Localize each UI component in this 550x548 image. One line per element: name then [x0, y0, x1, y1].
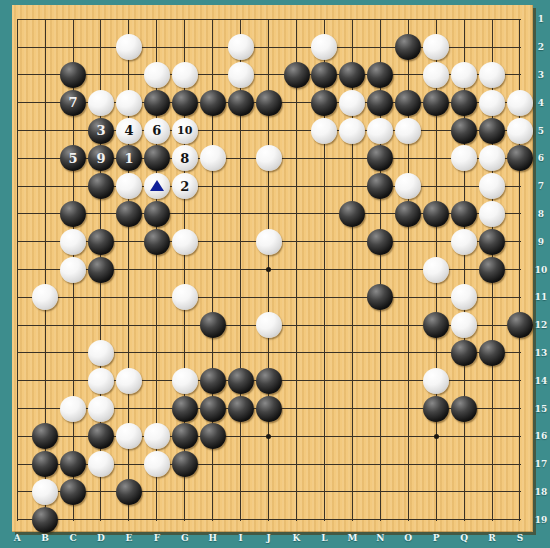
- stone-white[interactable]: [116, 368, 142, 394]
- col-label: F: [154, 533, 160, 543]
- row-label: 5: [538, 126, 544, 136]
- stone-black[interactable]: [200, 90, 226, 116]
- grid-line-vertical: [296, 19, 297, 520]
- stone-white[interactable]: [60, 257, 86, 283]
- stone-black[interactable]: 5: [60, 145, 86, 171]
- row-label: 6: [538, 153, 544, 163]
- stone-black[interactable]: [311, 62, 337, 88]
- row-label: 15: [535, 404, 548, 414]
- stone-white[interactable]: 6: [144, 118, 170, 144]
- stone-black[interactable]: [144, 90, 170, 116]
- col-label: J: [266, 533, 270, 543]
- stone-black[interactable]: [144, 229, 170, 255]
- stone-white[interactable]: [395, 118, 421, 144]
- stone-black[interactable]: [256, 396, 282, 422]
- stone-black[interactable]: [200, 396, 226, 422]
- col-label: R: [488, 533, 495, 543]
- stone-black[interactable]: [367, 229, 393, 255]
- col-label: C: [69, 533, 76, 543]
- stone-black[interactable]: [423, 312, 449, 338]
- col-label: K: [293, 533, 301, 543]
- stone-white[interactable]: [32, 284, 58, 310]
- stone-white[interactable]: [228, 34, 254, 60]
- stone-white[interactable]: [116, 34, 142, 60]
- row-label: 13: [535, 348, 548, 358]
- stone-white[interactable]: [172, 284, 198, 310]
- stone-white[interactable]: [116, 173, 142, 199]
- star-point: [434, 434, 439, 439]
- row-label: 7: [538, 181, 544, 191]
- stone-white[interactable]: [423, 62, 449, 88]
- stone-black[interactable]: [144, 201, 170, 227]
- stone-black[interactable]: [451, 396, 477, 422]
- col-label: I: [239, 533, 243, 543]
- stone-black[interactable]: [367, 173, 393, 199]
- stone-white[interactable]: [451, 62, 477, 88]
- stone-black[interactable]: [367, 62, 393, 88]
- stone-white[interactable]: [311, 34, 337, 60]
- stone-white[interactable]: [172, 229, 198, 255]
- col-label: O: [404, 533, 412, 543]
- stone-black[interactable]: [88, 257, 114, 283]
- stone-white[interactable]: [172, 368, 198, 394]
- stone-black[interactable]: 1: [116, 145, 142, 171]
- stone-white[interactable]: [451, 229, 477, 255]
- stone-black[interactable]: [200, 312, 226, 338]
- grid-line-horizontal: [17, 491, 521, 492]
- stone-black[interactable]: [367, 90, 393, 116]
- col-label: S: [517, 533, 524, 543]
- stone-white[interactable]: 2: [172, 173, 198, 199]
- stone-black[interactable]: [88, 173, 114, 199]
- stone-black[interactable]: 7: [60, 90, 86, 116]
- move-number: 2: [180, 180, 189, 193]
- col-label: P: [433, 533, 440, 543]
- stone-black[interactable]: [423, 396, 449, 422]
- stone-white[interactable]: [144, 451, 170, 477]
- stone-black[interactable]: [423, 201, 449, 227]
- row-label: 19: [535, 515, 548, 525]
- stone-white[interactable]: 10: [172, 118, 198, 144]
- move-number: 3: [96, 124, 105, 137]
- col-label: M: [347, 533, 357, 543]
- row-label: 12: [535, 320, 548, 330]
- stone-black[interactable]: [395, 90, 421, 116]
- stone-black[interactable]: [451, 118, 477, 144]
- col-label: Q: [460, 533, 468, 543]
- row-label: 1: [538, 14, 544, 24]
- stone-black[interactable]: [423, 90, 449, 116]
- col-label: E: [125, 533, 132, 543]
- stone-white[interactable]: [479, 145, 505, 171]
- col-label: L: [321, 533, 327, 543]
- stone-black[interactable]: [479, 257, 505, 283]
- stone-black[interactable]: [228, 368, 254, 394]
- move-number: 9: [96, 152, 105, 165]
- stone-black[interactable]: [395, 34, 421, 60]
- row-label: 14: [535, 376, 548, 386]
- stone-black[interactable]: [172, 90, 198, 116]
- stone-white[interactable]: [256, 312, 282, 338]
- go-board[interactable]: 73461059182: [12, 5, 533, 532]
- stone-white[interactable]: [479, 90, 505, 116]
- stone-white[interactable]: [339, 90, 365, 116]
- stone-black[interactable]: [144, 145, 170, 171]
- stone-white[interactable]: [60, 229, 86, 255]
- stone-black[interactable]: [32, 423, 58, 449]
- col-label: N: [376, 533, 384, 543]
- stone-white[interactable]: [367, 118, 393, 144]
- stone-white[interactable]: 4: [116, 118, 142, 144]
- stone-white[interactable]: [88, 340, 114, 366]
- stone-white[interactable]: [451, 284, 477, 310]
- stone-black[interactable]: [60, 201, 86, 227]
- row-label: 3: [538, 70, 544, 80]
- stone-black[interactable]: [339, 201, 365, 227]
- col-label: B: [41, 533, 49, 543]
- triangle-marker: [150, 180, 164, 191]
- stone-black[interactable]: [479, 229, 505, 255]
- stone-white[interactable]: [311, 118, 337, 144]
- stone-white[interactable]: [479, 201, 505, 227]
- stone-white[interactable]: [144, 62, 170, 88]
- stone-white[interactable]: [339, 118, 365, 144]
- stone-black[interactable]: [60, 62, 86, 88]
- stone-black[interactable]: [284, 62, 310, 88]
- stone-white[interactable]: [144, 173, 170, 199]
- stone-black[interactable]: [507, 312, 533, 338]
- stone-white[interactable]: [507, 118, 533, 144]
- stone-black[interactable]: [451, 340, 477, 366]
- stone-white[interactable]: [423, 34, 449, 60]
- stone-white[interactable]: [116, 423, 142, 449]
- grid-line-horizontal: [17, 519, 521, 520]
- stone-black[interactable]: [32, 451, 58, 477]
- stone-white[interactable]: [507, 90, 533, 116]
- stone-white[interactable]: [144, 423, 170, 449]
- row-label: 2: [538, 42, 544, 52]
- stone-black[interactable]: [172, 396, 198, 422]
- stone-black[interactable]: [60, 451, 86, 477]
- row-label: 18: [535, 487, 548, 497]
- row-label: 9: [538, 237, 544, 247]
- stone-white[interactable]: [88, 451, 114, 477]
- stone-black[interactable]: [451, 90, 477, 116]
- stone-black[interactable]: [200, 368, 226, 394]
- star-point: [266, 434, 271, 439]
- stone-black[interactable]: [60, 479, 86, 505]
- stone-white[interactable]: [423, 257, 449, 283]
- stone-black[interactable]: [32, 507, 58, 533]
- stone-black[interactable]: [228, 90, 254, 116]
- stone-black[interactable]: [172, 451, 198, 477]
- stone-black[interactable]: [172, 423, 198, 449]
- col-label: D: [97, 533, 105, 543]
- row-label: 11: [535, 292, 548, 302]
- grid-line-horizontal: [17, 297, 521, 298]
- stone-black[interactable]: 3: [88, 118, 114, 144]
- stone-black[interactable]: 9: [88, 145, 114, 171]
- move-number: 4: [124, 124, 133, 137]
- stone-black[interactable]: [88, 423, 114, 449]
- col-label: G: [181, 533, 189, 543]
- move-number: 1: [124, 152, 133, 165]
- row-label: 10: [535, 265, 548, 275]
- stone-black[interactable]: [116, 201, 142, 227]
- stone-white[interactable]: [88, 90, 114, 116]
- move-number: 7: [69, 96, 78, 109]
- stone-black[interactable]: [311, 90, 337, 116]
- stone-white[interactable]: [200, 145, 226, 171]
- stone-black[interactable]: [256, 368, 282, 394]
- row-label: 16: [535, 431, 548, 441]
- stone-white[interactable]: [88, 368, 114, 394]
- row-label: 17: [535, 459, 548, 469]
- stone-black[interactable]: [479, 340, 505, 366]
- stone-black[interactable]: [479, 118, 505, 144]
- col-label: H: [208, 533, 217, 543]
- move-number: 10: [177, 125, 192, 136]
- stone-white[interactable]: [172, 62, 198, 88]
- move-number: 5: [69, 152, 78, 165]
- stone-black[interactable]: [339, 62, 365, 88]
- col-label: A: [14, 533, 21, 543]
- row-label: 8: [538, 209, 544, 219]
- stone-white[interactable]: [116, 90, 142, 116]
- stone-black[interactable]: [367, 145, 393, 171]
- stone-white[interactable]: [395, 173, 421, 199]
- star-point: [266, 267, 271, 272]
- stone-white[interactable]: [451, 312, 477, 338]
- stone-white[interactable]: [256, 145, 282, 171]
- stone-black[interactable]: [256, 90, 282, 116]
- stone-white[interactable]: [60, 396, 86, 422]
- stone-white[interactable]: [256, 229, 282, 255]
- stone-white[interactable]: [451, 145, 477, 171]
- stone-white[interactable]: [228, 62, 254, 88]
- stone-black[interactable]: [507, 145, 533, 171]
- stone-white[interactable]: [423, 368, 449, 394]
- stone-white[interactable]: [479, 173, 505, 199]
- stone-black[interactable]: [200, 423, 226, 449]
- stone-black[interactable]: [451, 201, 477, 227]
- stone-black[interactable]: [228, 396, 254, 422]
- stone-black[interactable]: [395, 201, 421, 227]
- stone-white[interactable]: 8: [172, 145, 198, 171]
- stone-white[interactable]: [88, 396, 114, 422]
- stone-black[interactable]: [367, 284, 393, 310]
- stone-white[interactable]: [32, 479, 58, 505]
- move-number: 8: [180, 152, 189, 165]
- stone-black[interactable]: [88, 229, 114, 255]
- row-label: 4: [538, 98, 544, 108]
- stone-white[interactable]: [479, 62, 505, 88]
- stone-black[interactable]: [116, 479, 142, 505]
- move-number: 6: [152, 124, 161, 137]
- goban-frame: 73461059182 ABCDEFGHIJKLMNOPQRS123456789…: [0, 0, 550, 548]
